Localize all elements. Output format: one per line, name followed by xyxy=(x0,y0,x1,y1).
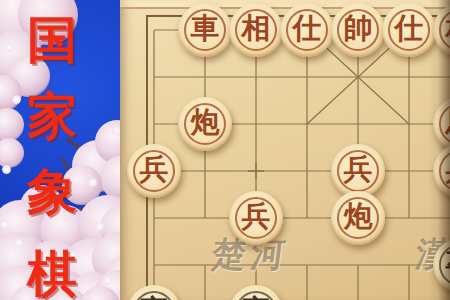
cherry-blossom xyxy=(0,138,24,168)
piece-character: 卒 xyxy=(140,291,169,300)
screenshot: 国 家 象 棋 楚河 漢界 車相仕帥仕相炮馬兵兵兵兵炮卒卒卒 xyxy=(0,0,450,300)
app-title-char: 棋 xyxy=(22,246,82,300)
sidebar-photo: 国 家 象 棋 xyxy=(0,0,120,300)
cherry-blossom xyxy=(0,108,24,142)
piece-red-e3[interactable]: 兵 xyxy=(331,144,385,198)
piece-red-c4[interactable]: 兵 xyxy=(229,191,283,245)
piece-character: 炮 xyxy=(191,103,220,143)
piece-character: 兵 xyxy=(140,150,169,190)
piece-red-c0[interactable]: 相 xyxy=(229,3,283,57)
piece-character: 兵 xyxy=(242,197,271,237)
app-title-char: 家 xyxy=(22,88,82,146)
piece-red-e4[interactable]: 炮 xyxy=(331,191,385,245)
petal-highlight xyxy=(12,95,21,104)
petal-highlight xyxy=(0,220,9,229)
edge-shadow xyxy=(428,0,450,300)
petal-highlight xyxy=(112,126,120,135)
petal-highlight xyxy=(2,165,11,174)
piece-character: 仕 xyxy=(395,9,424,49)
piece-character: 卒 xyxy=(242,291,271,300)
petal-highlight xyxy=(88,178,97,187)
piece-red-b0[interactable]: 車 xyxy=(178,3,232,57)
petal-highlight xyxy=(5,43,14,52)
piece-character: 炮 xyxy=(344,197,373,237)
petal-highlight xyxy=(103,276,112,285)
app-title-char: 象 xyxy=(22,164,82,222)
piece-character: 車 xyxy=(191,9,220,49)
piece-character: 相 xyxy=(242,9,271,49)
piece-character: 仕 xyxy=(293,9,322,49)
piece-character: 兵 xyxy=(344,150,373,190)
xiangqi-board[interactable]: 楚河 漢界 車相仕帥仕相炮馬兵兵兵兵炮卒卒卒 xyxy=(120,0,450,300)
petal-highlight xyxy=(95,222,104,231)
piece-red-d0[interactable]: 仕 xyxy=(280,3,334,57)
piece-red-e0[interactable]: 帥 xyxy=(331,3,385,57)
piece-character: 帥 xyxy=(344,9,373,49)
app-title-char: 国 xyxy=(22,12,82,70)
piece-red-b2[interactable]: 炮 xyxy=(178,97,232,151)
point-marker-c3 xyxy=(248,163,264,179)
piece-red-a3[interactable]: 兵 xyxy=(127,144,181,198)
